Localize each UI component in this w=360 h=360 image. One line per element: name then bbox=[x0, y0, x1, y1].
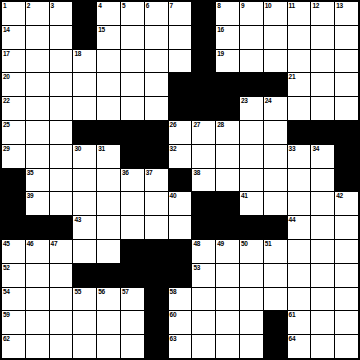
clue-number: 28 bbox=[217, 121, 224, 128]
grid-cell[interactable] bbox=[264, 169, 287, 192]
grid-cell[interactable] bbox=[311, 97, 334, 120]
grid-cell[interactable] bbox=[97, 216, 120, 239]
clue-number: 61 bbox=[289, 311, 296, 318]
black-cell bbox=[264, 216, 287, 239]
grid-cell[interactable] bbox=[216, 288, 239, 311]
grid-cell[interactable] bbox=[73, 73, 96, 96]
grid-cell[interactable] bbox=[240, 335, 263, 358]
grid-cell[interactable] bbox=[335, 50, 358, 73]
grid-cell[interactable]: 37 bbox=[145, 169, 168, 192]
grid-cell[interactable] bbox=[97, 50, 120, 73]
black-cell bbox=[97, 264, 120, 287]
grid-cell[interactable]: 44 bbox=[288, 216, 311, 239]
grid-cell[interactable] bbox=[50, 50, 73, 73]
clue-number: 9 bbox=[241, 2, 244, 9]
clue-number: 63 bbox=[170, 335, 177, 342]
clue-number: 12 bbox=[312, 2, 319, 9]
grid-cell[interactable]: 57 bbox=[121, 288, 144, 311]
clue-number: 41 bbox=[241, 192, 248, 199]
grid-cell[interactable] bbox=[73, 169, 96, 192]
black-cell bbox=[169, 169, 192, 192]
grid-cell[interactable]: 64 bbox=[288, 335, 311, 358]
black-cell bbox=[73, 264, 96, 287]
clue-number: 11 bbox=[289, 2, 295, 9]
grid-cell[interactable] bbox=[288, 26, 311, 49]
clue-number: 44 bbox=[289, 216, 296, 223]
clue-number: 14 bbox=[3, 26, 10, 33]
grid-cell[interactable] bbox=[26, 97, 49, 120]
grid-cell[interactable] bbox=[192, 335, 215, 358]
grid-cell[interactable] bbox=[50, 121, 73, 144]
clue-number: 33 bbox=[289, 145, 296, 152]
clue-number: 32 bbox=[170, 145, 177, 152]
grid-cell[interactable]: 49 bbox=[216, 240, 239, 263]
grid-cell[interactable] bbox=[121, 335, 144, 358]
grid-cell[interactable]: 25 bbox=[2, 121, 25, 144]
grid-cell[interactable] bbox=[288, 50, 311, 73]
grid-cell[interactable] bbox=[240, 50, 263, 73]
grid-cell[interactable]: 59 bbox=[2, 311, 25, 334]
grid-cell[interactable] bbox=[26, 121, 49, 144]
grid-cell[interactable]: 20 bbox=[2, 73, 25, 96]
grid-cell[interactable]: 28 bbox=[216, 121, 239, 144]
grid-cell[interactable]: 39 bbox=[26, 192, 49, 215]
grid-cell[interactable] bbox=[216, 311, 239, 334]
grid-cell[interactable] bbox=[335, 73, 358, 96]
clue-number: 27 bbox=[193, 121, 200, 128]
black-cell bbox=[169, 240, 192, 263]
grid-cell[interactable] bbox=[264, 50, 287, 73]
clue-number: 6 bbox=[146, 2, 149, 9]
grid-cell[interactable] bbox=[73, 97, 96, 120]
grid-cell[interactable] bbox=[335, 97, 358, 120]
grid-cell[interactable]: 52 bbox=[2, 264, 25, 287]
clue-number: 13 bbox=[336, 2, 343, 9]
clue-number: 49 bbox=[217, 240, 224, 247]
grid-cell[interactable] bbox=[192, 311, 215, 334]
grid-cell[interactable] bbox=[73, 311, 96, 334]
grid-cell[interactable]: 18 bbox=[73, 50, 96, 73]
clue-number: 30 bbox=[74, 145, 81, 152]
grid-cell[interactable]: 40 bbox=[169, 192, 192, 215]
clue-number: 23 bbox=[241, 97, 248, 104]
clue-number: 46 bbox=[27, 240, 34, 247]
black-cell bbox=[50, 216, 73, 239]
black-cell bbox=[121, 121, 144, 144]
black-cell bbox=[216, 73, 239, 96]
grid-cell[interactable] bbox=[216, 169, 239, 192]
grid-cell[interactable]: 6 bbox=[145, 2, 168, 25]
clue-number: 50 bbox=[241, 240, 248, 247]
grid-cell[interactable] bbox=[26, 145, 49, 168]
clue-number: 42 bbox=[336, 192, 343, 199]
grid-cell[interactable] bbox=[97, 192, 120, 215]
clue-number: 56 bbox=[98, 288, 105, 295]
black-cell bbox=[311, 121, 334, 144]
grid-cell[interactable] bbox=[121, 216, 144, 239]
clue-number: 48 bbox=[193, 240, 200, 247]
clue-number: 19 bbox=[217, 50, 224, 57]
grid-cell[interactable] bbox=[335, 240, 358, 263]
clue-number: 2 bbox=[27, 2, 30, 9]
clue-number: 20 bbox=[3, 73, 10, 80]
grid-cell[interactable]: 32 bbox=[169, 145, 192, 168]
crossword-board: 1234567891011121314151617181920212223242… bbox=[0, 0, 360, 360]
grid-cell[interactable]: 31 bbox=[97, 145, 120, 168]
grid-cell[interactable]: 1 bbox=[2, 2, 25, 25]
grid-cell[interactable] bbox=[311, 240, 334, 263]
clue-number: 35 bbox=[27, 169, 34, 176]
clue-number: 18 bbox=[74, 50, 81, 57]
grid-cell[interactable]: 51 bbox=[264, 240, 287, 263]
grid-cell[interactable] bbox=[26, 288, 49, 311]
clue-number: 38 bbox=[193, 169, 200, 176]
grid-cell[interactable] bbox=[216, 145, 239, 168]
grid-cell[interactable]: 47 bbox=[50, 240, 73, 263]
grid-cell[interactable]: 63 bbox=[169, 335, 192, 358]
black-cell bbox=[97, 121, 120, 144]
clue-number: 4 bbox=[98, 2, 101, 9]
clue-number: 51 bbox=[265, 240, 272, 247]
grid-cell[interactable]: 15 bbox=[97, 26, 120, 49]
grid-cell[interactable] bbox=[121, 73, 144, 96]
clue-number: 64 bbox=[289, 335, 296, 342]
grid-cell[interactable] bbox=[97, 73, 120, 96]
black-cell bbox=[121, 240, 144, 263]
grid-cell[interactable]: 5 bbox=[121, 2, 144, 25]
grid-cell[interactable]: 22 bbox=[2, 97, 25, 120]
grid-cell[interactable]: 33 bbox=[288, 145, 311, 168]
black-cell bbox=[192, 97, 215, 120]
clue-number: 59 bbox=[3, 311, 10, 318]
grid-cell[interactable]: 8 bbox=[216, 2, 239, 25]
clue-number: 25 bbox=[3, 121, 10, 128]
grid-cell[interactable]: 29 bbox=[2, 145, 25, 168]
clue-number: 29 bbox=[3, 145, 10, 152]
grid-cell[interactable]: 58 bbox=[169, 288, 192, 311]
grid-cell[interactable]: 21 bbox=[288, 73, 311, 96]
grid-cell[interactable]: 24 bbox=[264, 97, 287, 120]
black-cell bbox=[192, 2, 215, 25]
grid-cell[interactable] bbox=[288, 240, 311, 263]
grid-cell[interactable] bbox=[288, 169, 311, 192]
grid-cell[interactable] bbox=[335, 311, 358, 334]
grid-cell[interactable]: 30 bbox=[73, 145, 96, 168]
grid-cell[interactable] bbox=[97, 169, 120, 192]
grid-cell[interactable]: 43 bbox=[73, 216, 96, 239]
black-cell bbox=[335, 121, 358, 144]
grid-cell[interactable] bbox=[240, 169, 263, 192]
black-cell bbox=[169, 264, 192, 287]
grid-cell[interactable] bbox=[240, 145, 263, 168]
grid-cell[interactable] bbox=[311, 216, 334, 239]
clue-number: 39 bbox=[27, 192, 34, 199]
grid-cell[interactable]: 56 bbox=[97, 288, 120, 311]
clue-number: 52 bbox=[3, 264, 10, 271]
grid-cell[interactable]: 17 bbox=[2, 50, 25, 73]
grid-cell[interactable]: 54 bbox=[2, 288, 25, 311]
clue-number: 10 bbox=[265, 2, 272, 9]
grid-cell[interactable] bbox=[26, 311, 49, 334]
grid-cell[interactable] bbox=[50, 26, 73, 49]
grid-cell[interactable] bbox=[145, 73, 168, 96]
clue-number: 7 bbox=[170, 2, 173, 9]
grid-cell[interactable] bbox=[73, 335, 96, 358]
grid-cell[interactable] bbox=[288, 97, 311, 120]
grid-cell[interactable] bbox=[97, 240, 120, 263]
clue-number: 1 bbox=[3, 2, 6, 9]
grid-cell[interactable] bbox=[264, 145, 287, 168]
grid-cell[interactable]: 26 bbox=[169, 121, 192, 144]
grid-cell[interactable]: 12 bbox=[311, 2, 334, 25]
black-cell bbox=[2, 192, 25, 215]
grid-cell[interactable]: 38 bbox=[192, 169, 215, 192]
black-cell bbox=[216, 192, 239, 215]
grid-cell[interactable] bbox=[240, 288, 263, 311]
grid-cell[interactable] bbox=[97, 311, 120, 334]
clue-number: 22 bbox=[3, 97, 10, 104]
black-cell bbox=[192, 216, 215, 239]
grid-cell[interactable]: 27 bbox=[192, 121, 215, 144]
grid-cell[interactable] bbox=[26, 73, 49, 96]
grid-cell[interactable] bbox=[335, 26, 358, 49]
grid-cell[interactable]: 46 bbox=[26, 240, 49, 263]
grid-cell[interactable] bbox=[50, 264, 73, 287]
grid-cell[interactable] bbox=[216, 335, 239, 358]
grid-cell[interactable] bbox=[311, 264, 334, 287]
grid-cell[interactable] bbox=[240, 121, 263, 144]
black-cell bbox=[73, 2, 96, 25]
black-cell bbox=[192, 192, 215, 215]
grid-cell[interactable]: 9 bbox=[240, 2, 263, 25]
black-cell bbox=[121, 145, 144, 168]
grid-cell[interactable] bbox=[145, 97, 168, 120]
clue-number: 47 bbox=[51, 240, 58, 247]
grid-cell[interactable] bbox=[145, 50, 168, 73]
clue-number: 15 bbox=[98, 26, 105, 33]
grid-cell[interactable]: 50 bbox=[240, 240, 263, 263]
clue-number: 26 bbox=[170, 121, 177, 128]
grid-cell[interactable] bbox=[26, 26, 49, 49]
clue-number: 55 bbox=[74, 288, 81, 295]
grid-cell[interactable]: 42 bbox=[335, 192, 358, 215]
clue-number: 40 bbox=[170, 192, 177, 199]
clue-number: 34 bbox=[312, 145, 319, 152]
grid-cell[interactable]: 11 bbox=[288, 2, 311, 25]
black-cell bbox=[264, 311, 287, 334]
grid-cell[interactable] bbox=[335, 264, 358, 287]
black-cell bbox=[216, 216, 239, 239]
clue-number: 21 bbox=[289, 73, 296, 80]
grid-cell[interactable]: 35 bbox=[26, 169, 49, 192]
black-cell bbox=[264, 335, 287, 358]
grid-cell[interactable] bbox=[240, 311, 263, 334]
grid-cell[interactable]: 19 bbox=[216, 50, 239, 73]
grid-cell[interactable] bbox=[121, 97, 144, 120]
grid-cell[interactable] bbox=[169, 216, 192, 239]
grid-cell[interactable] bbox=[264, 264, 287, 287]
grid-cell[interactable] bbox=[145, 26, 168, 49]
grid-cell[interactable] bbox=[50, 145, 73, 168]
clue-number: 62 bbox=[3, 335, 10, 342]
black-cell bbox=[288, 121, 311, 144]
grid-cell[interactable] bbox=[145, 216, 168, 239]
grid-cell[interactable] bbox=[97, 335, 120, 358]
grid-cell[interactable]: 36 bbox=[121, 169, 144, 192]
black-cell bbox=[2, 216, 25, 239]
grid-cell[interactable] bbox=[169, 50, 192, 73]
grid-cell[interactable] bbox=[240, 26, 263, 49]
black-cell bbox=[264, 73, 287, 96]
grid-cell[interactable]: 14 bbox=[2, 26, 25, 49]
black-cell bbox=[2, 169, 25, 192]
grid-cell[interactable] bbox=[50, 97, 73, 120]
black-cell bbox=[145, 311, 168, 334]
grid-cell[interactable] bbox=[335, 335, 358, 358]
clue-number: 57 bbox=[122, 288, 129, 295]
black-cell bbox=[335, 169, 358, 192]
black-cell bbox=[192, 73, 215, 96]
clue-number: 16 bbox=[217, 26, 224, 33]
grid-cell[interactable] bbox=[264, 26, 287, 49]
grid-cell[interactable]: 34 bbox=[311, 145, 334, 168]
black-cell bbox=[26, 216, 49, 239]
grid-cell[interactable] bbox=[26, 264, 49, 287]
grid-cell[interactable] bbox=[145, 192, 168, 215]
clue-number: 3 bbox=[51, 2, 54, 9]
black-cell bbox=[335, 145, 358, 168]
grid-cell[interactable] bbox=[264, 288, 287, 311]
clue-number: 24 bbox=[265, 97, 272, 104]
grid-cell[interactable]: 10 bbox=[264, 2, 287, 25]
grid-cell[interactable] bbox=[264, 192, 287, 215]
grid-cell[interactable] bbox=[50, 169, 73, 192]
grid-cell[interactable]: 3 bbox=[50, 2, 73, 25]
clue-number: 5 bbox=[122, 2, 125, 9]
grid-cell[interactable] bbox=[50, 73, 73, 96]
grid-cell[interactable]: 4 bbox=[97, 2, 120, 25]
clue-number: 45 bbox=[3, 240, 10, 247]
grid-cell[interactable] bbox=[311, 192, 334, 215]
grid-cell[interactable]: 23 bbox=[240, 97, 263, 120]
grid-cell[interactable] bbox=[216, 264, 239, 287]
black-cell bbox=[240, 216, 263, 239]
grid-cell[interactable]: 2 bbox=[26, 2, 49, 25]
grid-cell[interactable] bbox=[97, 97, 120, 120]
grid-cell[interactable]: 13 bbox=[335, 2, 358, 25]
grid-cell[interactable] bbox=[311, 26, 334, 49]
grid-cell[interactable] bbox=[121, 311, 144, 334]
grid-cell[interactable] bbox=[311, 335, 334, 358]
clue-number: 17 bbox=[3, 50, 10, 57]
grid-cell[interactable]: 53 bbox=[192, 264, 215, 287]
clue-number: 54 bbox=[3, 288, 10, 295]
black-cell bbox=[169, 73, 192, 96]
black-cell bbox=[145, 121, 168, 144]
clue-number: 58 bbox=[170, 288, 177, 295]
grid-cell[interactable] bbox=[50, 288, 73, 311]
grid-cell[interactable] bbox=[121, 26, 144, 49]
grid-cell[interactable] bbox=[73, 240, 96, 263]
grid-cell[interactable] bbox=[311, 169, 334, 192]
black-cell bbox=[169, 97, 192, 120]
black-cell bbox=[145, 335, 168, 358]
grid-cell[interactable] bbox=[192, 145, 215, 168]
grid-cell[interactable] bbox=[311, 311, 334, 334]
grid-cell[interactable] bbox=[311, 73, 334, 96]
grid-cell[interactable] bbox=[311, 288, 334, 311]
black-cell bbox=[192, 50, 215, 73]
black-cell bbox=[145, 264, 168, 287]
black-cell bbox=[192, 26, 215, 49]
grid-cell[interactable] bbox=[288, 192, 311, 215]
clue-number: 37 bbox=[146, 169, 153, 176]
grid-cell[interactable] bbox=[169, 26, 192, 49]
clue-number: 31 bbox=[98, 145, 105, 152]
grid-cell[interactable] bbox=[192, 288, 215, 311]
black-cell bbox=[145, 145, 168, 168]
grid-cell[interactable]: 7 bbox=[169, 2, 192, 25]
grid-cell[interactable] bbox=[50, 335, 73, 358]
black-cell bbox=[240, 73, 263, 96]
grid-cell[interactable] bbox=[73, 192, 96, 215]
grid-cell[interactable]: 16 bbox=[216, 26, 239, 49]
clue-number: 43 bbox=[74, 216, 81, 223]
grid-cell[interactable] bbox=[26, 50, 49, 73]
grid-cell[interactable]: 61 bbox=[288, 311, 311, 334]
clue-number: 8 bbox=[217, 2, 220, 9]
grid-cell[interactable] bbox=[240, 264, 263, 287]
grid-cell[interactable]: 55 bbox=[73, 288, 96, 311]
black-cell bbox=[145, 288, 168, 311]
black-cell bbox=[73, 26, 96, 49]
grid-cell[interactable] bbox=[50, 192, 73, 215]
grid-cell[interactable]: 60 bbox=[169, 311, 192, 334]
grid-cell[interactable] bbox=[121, 50, 144, 73]
clue-number: 60 bbox=[170, 311, 177, 318]
black-cell bbox=[73, 121, 96, 144]
grid-cell[interactable] bbox=[264, 121, 287, 144]
grid-cell[interactable] bbox=[288, 288, 311, 311]
black-cell bbox=[216, 97, 239, 120]
grid-cell[interactable]: 45 bbox=[2, 240, 25, 263]
black-cell bbox=[145, 240, 168, 263]
grid-cell[interactable]: 48 bbox=[192, 240, 215, 263]
clue-number: 36 bbox=[122, 169, 129, 176]
grid-cell[interactable] bbox=[335, 288, 358, 311]
grid-cell[interactable]: 41 bbox=[240, 192, 263, 215]
grid-cell[interactable] bbox=[50, 311, 73, 334]
clue-number: 53 bbox=[193, 264, 200, 271]
grid-cell[interactable] bbox=[121, 192, 144, 215]
grid-cell[interactable] bbox=[335, 216, 358, 239]
grid-cell[interactable] bbox=[26, 335, 49, 358]
grid-cell[interactable]: 62 bbox=[2, 335, 25, 358]
black-cell bbox=[121, 264, 144, 287]
grid-cell[interactable] bbox=[311, 50, 334, 73]
grid-cell[interactable] bbox=[288, 264, 311, 287]
